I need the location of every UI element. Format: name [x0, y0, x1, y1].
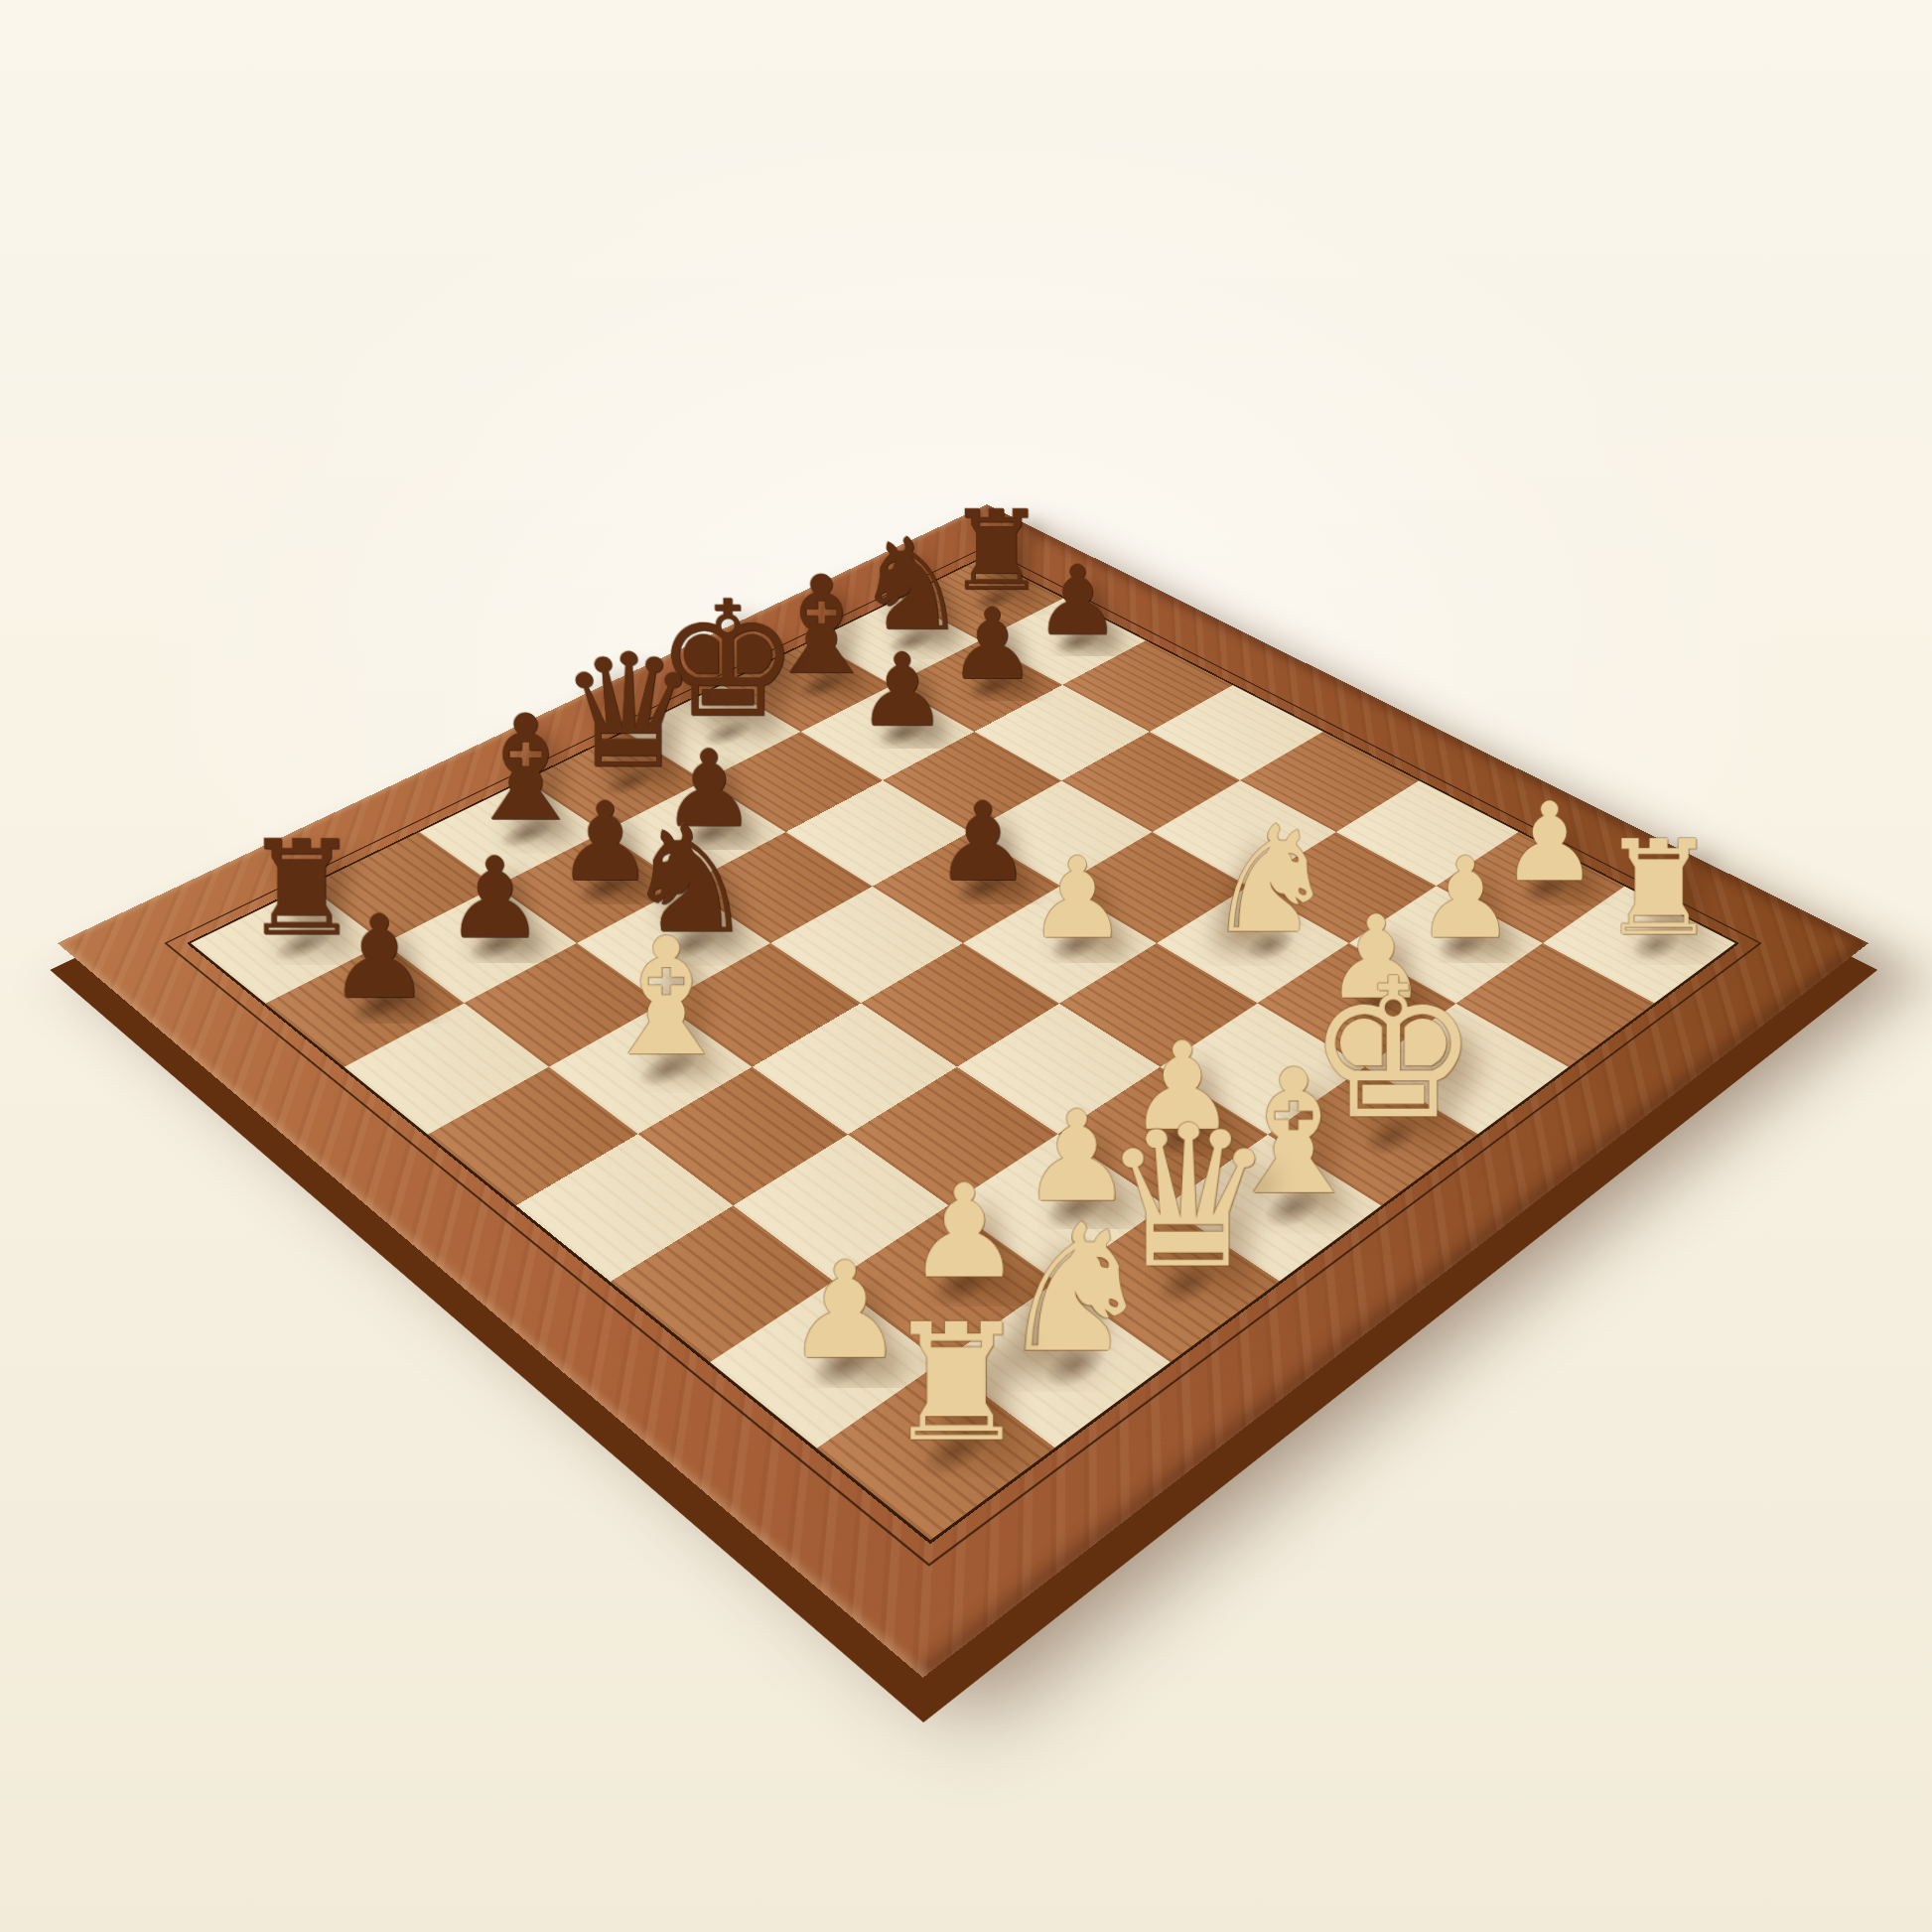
board-scene: ♜♝♛♚♝♞♜♟♟♟♟♟♟♟♞♝♟♟♞♟♟♟♟♟♟♟♜♞♛♝♚♜	[58, 504, 1868, 1678]
board-frame: ♜♝♛♚♝♞♜♟♟♟♟♟♟♟♞♝♟♟♞♟♟♟♟♟♟♟♜♞♛♝♚♜	[58, 504, 1868, 1678]
square-a1: ♜	[817, 1362, 1054, 1540]
piece-black-pawn-e5: ♟	[934, 787, 1032, 897]
piece-black-pawn-h7: ♟	[1035, 552, 1121, 648]
piece-white-bishop-b5: ♝	[594, 916, 740, 1079]
piece-white-rook-h1: ♜	[1599, 822, 1718, 954]
playing-area-border: ♜♝♛♚♝♞♜♟♟♟♟♟♟♟♞♝♟♟♞♟♟♟♟♟♟♟♜♞♛♝♚♜	[187, 556, 1739, 1544]
square-h1: ♜	[1542, 887, 1734, 1004]
piece-black-pawn-g7: ♟	[948, 595, 1036, 693]
piece-black-pawn-f7: ♟	[857, 639, 947, 741]
piece-white-rook-a1: ♜	[884, 1302, 1030, 1464]
piece-white-knight-f3: ♞	[1204, 806, 1336, 954]
photo-stage: ♜♝♛♚♝♞♜♟♟♟♟♟♟♟♞♝♟♟♞♟♟♟♟♟♟♟♜♞♛♝♚♜	[0, 0, 1932, 1932]
piece-white-pawn-e4: ♟	[1027, 842, 1127, 954]
piece-black-pawn-a7: ♟	[328, 899, 431, 1015]
square-d5	[770, 887, 963, 1004]
perspective-camera: ♜♝♛♚♝♞♜♟♟♟♟♟♟♟♞♝♟♟♞♟♟♟♟♟♟♟♜♞♛♝♚♜	[0, 0, 1932, 1932]
chessboard: ♜♝♛♚♝♞♜♟♟♟♟♟♟♟♞♝♟♟♞♟♟♟♟♟♟♟♜♞♛♝♚♜	[191, 558, 1735, 1540]
piece-black-pawn-b7: ♟	[445, 842, 545, 954]
